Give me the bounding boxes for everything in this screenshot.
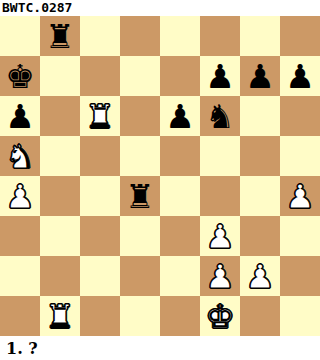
square-a3[interactable] bbox=[0, 216, 40, 256]
white-pawn: ♟ bbox=[205, 220, 235, 253]
square-e2[interactable] bbox=[160, 256, 200, 296]
square-c1[interactable] bbox=[80, 296, 120, 336]
chess-board: ♜♚♟♟♟♟♜♟♞♞♟♜♟♟♟♟♜♚ bbox=[0, 16, 320, 336]
square-f7[interactable]: ♟ bbox=[200, 56, 240, 96]
square-b4[interactable] bbox=[40, 176, 80, 216]
square-g8[interactable] bbox=[240, 16, 280, 56]
square-d6[interactable] bbox=[120, 96, 160, 136]
black-pawn: ♟ bbox=[205, 60, 235, 93]
square-c4[interactable] bbox=[80, 176, 120, 216]
square-e5[interactable] bbox=[160, 136, 200, 176]
square-a1[interactable] bbox=[0, 296, 40, 336]
white-king: ♚ bbox=[205, 300, 235, 333]
square-f4[interactable] bbox=[200, 176, 240, 216]
square-f5[interactable] bbox=[200, 136, 240, 176]
black-pawn: ♟ bbox=[285, 60, 315, 93]
square-f6[interactable]: ♞ bbox=[200, 96, 240, 136]
square-d8[interactable] bbox=[120, 16, 160, 56]
square-g6[interactable] bbox=[240, 96, 280, 136]
white-rook: ♜ bbox=[45, 300, 75, 333]
square-c2[interactable] bbox=[80, 256, 120, 296]
square-g1[interactable] bbox=[240, 296, 280, 336]
square-a5[interactable]: ♞ bbox=[0, 136, 40, 176]
white-pawn: ♟ bbox=[205, 260, 235, 293]
black-knight: ♞ bbox=[205, 100, 235, 133]
square-h7[interactable]: ♟ bbox=[280, 56, 320, 96]
square-h5[interactable] bbox=[280, 136, 320, 176]
square-a4[interactable]: ♟ bbox=[0, 176, 40, 216]
square-g7[interactable]: ♟ bbox=[240, 56, 280, 96]
square-b7[interactable] bbox=[40, 56, 80, 96]
square-a7[interactable]: ♚ bbox=[0, 56, 40, 96]
square-b1[interactable]: ♜ bbox=[40, 296, 80, 336]
white-rook: ♜ bbox=[85, 100, 115, 133]
black-pawn: ♟ bbox=[165, 100, 195, 133]
square-a8[interactable] bbox=[0, 16, 40, 56]
square-f8[interactable] bbox=[200, 16, 240, 56]
square-d2[interactable] bbox=[120, 256, 160, 296]
white-pawn: ♟ bbox=[5, 180, 35, 213]
square-a2[interactable] bbox=[0, 256, 40, 296]
square-c8[interactable] bbox=[80, 16, 120, 56]
square-g4[interactable] bbox=[240, 176, 280, 216]
square-b6[interactable] bbox=[40, 96, 80, 136]
square-e4[interactable] bbox=[160, 176, 200, 216]
square-b2[interactable] bbox=[40, 256, 80, 296]
square-g3[interactable] bbox=[240, 216, 280, 256]
square-b3[interactable] bbox=[40, 216, 80, 256]
square-c7[interactable] bbox=[80, 56, 120, 96]
square-h4[interactable]: ♟ bbox=[280, 176, 320, 216]
square-h2[interactable] bbox=[280, 256, 320, 296]
square-b5[interactable] bbox=[40, 136, 80, 176]
square-e7[interactable] bbox=[160, 56, 200, 96]
square-f3[interactable]: ♟ bbox=[200, 216, 240, 256]
square-d1[interactable] bbox=[120, 296, 160, 336]
square-d3[interactable] bbox=[120, 216, 160, 256]
square-f2[interactable]: ♟ bbox=[200, 256, 240, 296]
square-c6[interactable]: ♜ bbox=[80, 96, 120, 136]
square-e6[interactable]: ♟ bbox=[160, 96, 200, 136]
black-king: ♚ bbox=[5, 60, 35, 93]
white-pawn: ♟ bbox=[245, 260, 275, 293]
black-rook: ♜ bbox=[45, 20, 75, 53]
black-pawn: ♟ bbox=[245, 60, 275, 93]
square-e3[interactable] bbox=[160, 216, 200, 256]
square-h3[interactable] bbox=[280, 216, 320, 256]
square-h6[interactable] bbox=[280, 96, 320, 136]
square-b8[interactable]: ♜ bbox=[40, 16, 80, 56]
square-g2[interactable]: ♟ bbox=[240, 256, 280, 296]
square-a6[interactable]: ♟ bbox=[0, 96, 40, 136]
square-d4[interactable]: ♜ bbox=[120, 176, 160, 216]
square-c5[interactable] bbox=[80, 136, 120, 176]
square-h8[interactable] bbox=[280, 16, 320, 56]
square-e8[interactable] bbox=[160, 16, 200, 56]
square-d5[interactable] bbox=[120, 136, 160, 176]
white-pawn: ♟ bbox=[285, 180, 315, 213]
white-knight: ♞ bbox=[5, 140, 35, 173]
square-e1[interactable] bbox=[160, 296, 200, 336]
black-pawn: ♟ bbox=[5, 100, 35, 133]
puzzle-id: BWTC.0287 bbox=[0, 0, 320, 16]
square-d7[interactable] bbox=[120, 56, 160, 96]
square-g5[interactable] bbox=[240, 136, 280, 176]
square-h1[interactable] bbox=[280, 296, 320, 336]
square-f1[interactable]: ♚ bbox=[200, 296, 240, 336]
puzzle-page: BWTC.0287 ♜♚♟♟♟♟♜♟♞♞♟♜♟♟♟♟♜♚ 1. ? bbox=[0, 0, 320, 360]
move-prompt: 1. ? bbox=[0, 336, 320, 360]
black-rook: ♜ bbox=[125, 180, 155, 213]
square-c3[interactable] bbox=[80, 216, 120, 256]
